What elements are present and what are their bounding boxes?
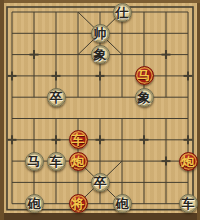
piece-ivory-soldier[interactable]: 卒 <box>47 88 66 107</box>
piece-ivory-horse[interactable]: 马 <box>25 152 44 171</box>
piece-ivory-chariot[interactable]: 车 <box>179 194 198 213</box>
piece-red-horse[interactable]: 马 <box>135 66 154 85</box>
piece-red-cannon[interactable]: 炮 <box>179 152 198 171</box>
piece-red-cannon[interactable]: 炮 <box>69 152 88 171</box>
piece-ivory-advisor[interactable]: 仕 <box>113 3 132 22</box>
piece-ivory-soldier[interactable]: 卒 <box>91 173 110 192</box>
piece-ivory-elephant[interactable]: 象 <box>135 88 154 107</box>
piece-ivory-cannon[interactable]: 砲 <box>25 194 44 213</box>
piece-red-chariot[interactable]: 车 <box>69 130 88 149</box>
piece-ivory-cannon[interactable]: 砲 <box>113 194 132 213</box>
piece-ivory-chariot[interactable]: 车 <box>47 152 66 171</box>
piece-ivory-elephant[interactable]: 象 <box>91 45 110 64</box>
xiangqi-board[interactable]: 仕帅象马卒象车马车炮炮卒砲将砲车 <box>0 0 200 220</box>
piece-ivory-general[interactable]: 帅 <box>91 24 110 43</box>
piece-red-general[interactable]: 将 <box>69 194 88 213</box>
